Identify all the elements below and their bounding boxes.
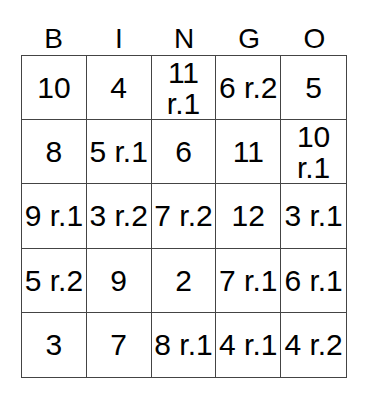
header-letter-b: B	[21, 22, 86, 55]
bingo-cell-r4c1[interactable]: 5 r.2	[22, 249, 87, 313]
bingo-cell-r2c5[interactable]: 10 r.1	[281, 120, 346, 184]
bingo-header: B I N G O	[21, 22, 347, 55]
bingo-cell-r4c3[interactable]: 2	[152, 249, 217, 313]
bingo-cell-r2c3[interactable]: 6	[152, 120, 217, 184]
bingo-cell-r3c3[interactable]: 7 r.2	[152, 184, 217, 248]
bingo-cell-r1c1[interactable]: 10	[22, 56, 87, 120]
bingo-cell-r5c3[interactable]: 8 r.1	[152, 313, 217, 377]
bingo-cell-r1c3[interactable]: 11 r.1	[152, 56, 217, 120]
bingo-cell-r3c2[interactable]: 3 r.2	[87, 184, 152, 248]
bingo-cell-r4c4[interactable]: 7 r.1	[216, 249, 281, 313]
bingo-cell-r4c2[interactable]: 9	[87, 249, 152, 313]
bingo-cell-r5c2[interactable]: 7	[87, 313, 152, 377]
bingo-cell-r5c1[interactable]: 3	[22, 313, 87, 377]
bingo-cell-r5c4[interactable]: 4 r.1	[216, 313, 281, 377]
header-letter-n: N	[151, 22, 216, 55]
bingo-cell-r2c2[interactable]: 5 r.1	[87, 120, 152, 184]
bingo-cell-r1c2[interactable]: 4	[87, 56, 152, 120]
bingo-cell-r5c5[interactable]: 4 r.2	[281, 313, 346, 377]
bingo-cell-r1c5[interactable]: 5	[281, 56, 346, 120]
bingo-card: B I N G O 10 4 11 r.1 6 r.2 5 8 5 r.1 6 …	[21, 22, 347, 378]
bingo-cell-r2c1[interactable]: 8	[22, 120, 87, 184]
bingo-cell-r3c4[interactable]: 12	[216, 184, 281, 248]
header-letter-g: G	[217, 22, 282, 55]
bingo-cell-r2c4[interactable]: 11	[216, 120, 281, 184]
bingo-cell-r3c5[interactable]: 3 r.1	[281, 184, 346, 248]
bingo-cell-r1c4[interactable]: 6 r.2	[216, 56, 281, 120]
bingo-cell-r4c5[interactable]: 6 r.1	[281, 249, 346, 313]
bingo-cell-r3c1[interactable]: 9 r.1	[22, 184, 87, 248]
header-letter-i: I	[86, 22, 151, 55]
header-letter-o: O	[282, 22, 347, 55]
bingo-grid: 10 4 11 r.1 6 r.2 5 8 5 r.1 6 11 10 r.1 …	[21, 55, 347, 378]
